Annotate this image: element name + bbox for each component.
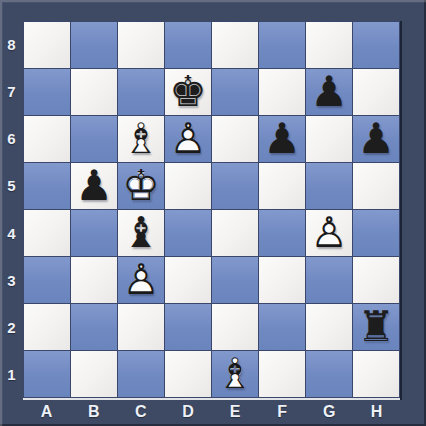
bishop-glyph-outline: ♗: [212, 351, 258, 397]
square-h3[interactable]: [353, 257, 399, 303]
square-c8[interactable]: [118, 22, 164, 68]
piece-white-bishop[interactable]: ♝♗: [212, 351, 258, 397]
chess-diagram-frame: 87654321 ♚♟♝♗♟♙♟♟♟♚♔♝♟♙♟♙♜♝♗ ABCDEFGH: [0, 0, 426, 426]
square-d5[interactable]: [165, 163, 211, 209]
square-f7[interactable]: [259, 69, 305, 115]
piece-black-pawn[interactable]: ♟: [306, 69, 352, 115]
square-a6[interactable]: [24, 116, 70, 162]
rank-label-8: 8: [0, 21, 23, 68]
king-glyph-outline: ♔: [118, 163, 164, 209]
piece-black-pawn[interactable]: ♟: [353, 116, 399, 162]
file-label-e: E: [212, 399, 259, 425]
rank-labels: 87654321: [0, 21, 23, 398]
square-g6[interactable]: [306, 116, 352, 162]
square-e4[interactable]: [212, 210, 258, 256]
file-label-f: F: [259, 399, 306, 425]
pawn-glyph-fill: ♟: [353, 116, 399, 162]
square-c6[interactable]: ♝♗: [118, 116, 164, 162]
rank-label-3: 3: [0, 257, 23, 304]
square-h6[interactable]: ♟: [353, 116, 399, 162]
square-f1[interactable]: [259, 351, 305, 397]
piece-white-king[interactable]: ♚♔: [118, 163, 164, 209]
rook-glyph-fill: ♜: [353, 304, 399, 350]
square-h8[interactable]: [353, 22, 399, 68]
file-label-d: D: [164, 399, 211, 425]
square-g2[interactable]: [306, 304, 352, 350]
file-label-g: G: [306, 399, 353, 425]
file-label-b: B: [70, 399, 117, 425]
square-h1[interactable]: [353, 351, 399, 397]
square-e7[interactable]: [212, 69, 258, 115]
square-b4[interactable]: [71, 210, 117, 256]
square-a4[interactable]: [24, 210, 70, 256]
square-h5[interactable]: [353, 163, 399, 209]
file-label-c: C: [117, 399, 164, 425]
piece-black-rook[interactable]: ♜: [353, 304, 399, 350]
rank-label-2: 2: [0, 304, 23, 351]
square-f3[interactable]: [259, 257, 305, 303]
square-f2[interactable]: [259, 304, 305, 350]
square-f8[interactable]: [259, 22, 305, 68]
square-c3[interactable]: ♟♙: [118, 257, 164, 303]
piece-black-pawn[interactable]: ♟: [259, 116, 305, 162]
square-c4[interactable]: ♝: [118, 210, 164, 256]
piece-black-king[interactable]: ♚: [165, 69, 211, 115]
square-d3[interactable]: [165, 257, 211, 303]
bishop-glyph-outline: ♗: [118, 116, 164, 162]
piece-white-pawn[interactable]: ♟♙: [118, 257, 164, 303]
square-b5[interactable]: ♟: [71, 163, 117, 209]
square-d2[interactable]: [165, 304, 211, 350]
file-label-a: A: [23, 399, 70, 425]
square-f6[interactable]: ♟: [259, 116, 305, 162]
square-b8[interactable]: [71, 22, 117, 68]
pawn-glyph-outline: ♙: [306, 210, 352, 256]
square-c1[interactable]: [118, 351, 164, 397]
square-c7[interactable]: [118, 69, 164, 115]
pawn-glyph-fill: ♟: [259, 116, 305, 162]
piece-black-pawn[interactable]: ♟: [71, 163, 117, 209]
square-g3[interactable]: [306, 257, 352, 303]
square-d4[interactable]: [165, 210, 211, 256]
square-g7[interactable]: ♟: [306, 69, 352, 115]
rank-label-7: 7: [0, 68, 23, 115]
piece-white-pawn[interactable]: ♟♙: [165, 116, 211, 162]
rank-label-5: 5: [0, 162, 23, 209]
square-a8[interactable]: [24, 22, 70, 68]
square-b1[interactable]: [71, 351, 117, 397]
square-e1[interactable]: ♝♗: [212, 351, 258, 397]
piece-white-bishop[interactable]: ♝♗: [118, 116, 164, 162]
rank-label-1: 1: [0, 351, 23, 398]
square-c2[interactable]: [118, 304, 164, 350]
square-b7[interactable]: [71, 69, 117, 115]
piece-white-pawn[interactable]: ♟♙: [306, 210, 352, 256]
square-e3[interactable]: [212, 257, 258, 303]
king-glyph-fill: ♚: [165, 69, 211, 115]
square-e5[interactable]: [212, 163, 258, 209]
square-d7[interactable]: ♚: [165, 69, 211, 115]
square-g4[interactable]: ♟♙: [306, 210, 352, 256]
square-d1[interactable]: [165, 351, 211, 397]
square-e8[interactable]: [212, 22, 258, 68]
pawn-glyph-outline: ♙: [165, 116, 211, 162]
pawn-glyph-fill: ♟: [71, 163, 117, 209]
square-g8[interactable]: [306, 22, 352, 68]
file-label-h: H: [353, 399, 400, 425]
square-h7[interactable]: [353, 69, 399, 115]
rank-label-6: 6: [0, 115, 23, 162]
square-b6[interactable]: [71, 116, 117, 162]
square-c5[interactable]: ♚♔: [118, 163, 164, 209]
square-b2[interactable]: [71, 304, 117, 350]
square-a7[interactable]: [24, 69, 70, 115]
square-a3[interactable]: [24, 257, 70, 303]
chess-board: ♚♟♝♗♟♙♟♟♟♚♔♝♟♙♟♙♜♝♗: [23, 21, 400, 398]
square-h2[interactable]: ♜: [353, 304, 399, 350]
square-a1[interactable]: [24, 351, 70, 397]
square-d8[interactable]: [165, 22, 211, 68]
bishop-glyph-fill: ♝: [118, 210, 164, 256]
piece-black-bishop[interactable]: ♝: [118, 210, 164, 256]
square-h4[interactable]: [353, 210, 399, 256]
square-a5[interactable]: [24, 163, 70, 209]
square-a2[interactable]: [24, 304, 70, 350]
square-d6[interactable]: ♟♙: [165, 116, 211, 162]
square-g5[interactable]: [306, 163, 352, 209]
square-f4[interactable]: [259, 210, 305, 256]
pawn-glyph-outline: ♙: [118, 257, 164, 303]
square-e6[interactable]: [212, 116, 258, 162]
square-b3[interactable]: [71, 257, 117, 303]
square-f5[interactable]: [259, 163, 305, 209]
rank-label-4: 4: [0, 210, 23, 257]
square-e2[interactable]: [212, 304, 258, 350]
square-g1[interactable]: [306, 351, 352, 397]
file-labels: ABCDEFGH: [23, 399, 400, 425]
pawn-glyph-fill: ♟: [306, 69, 352, 115]
